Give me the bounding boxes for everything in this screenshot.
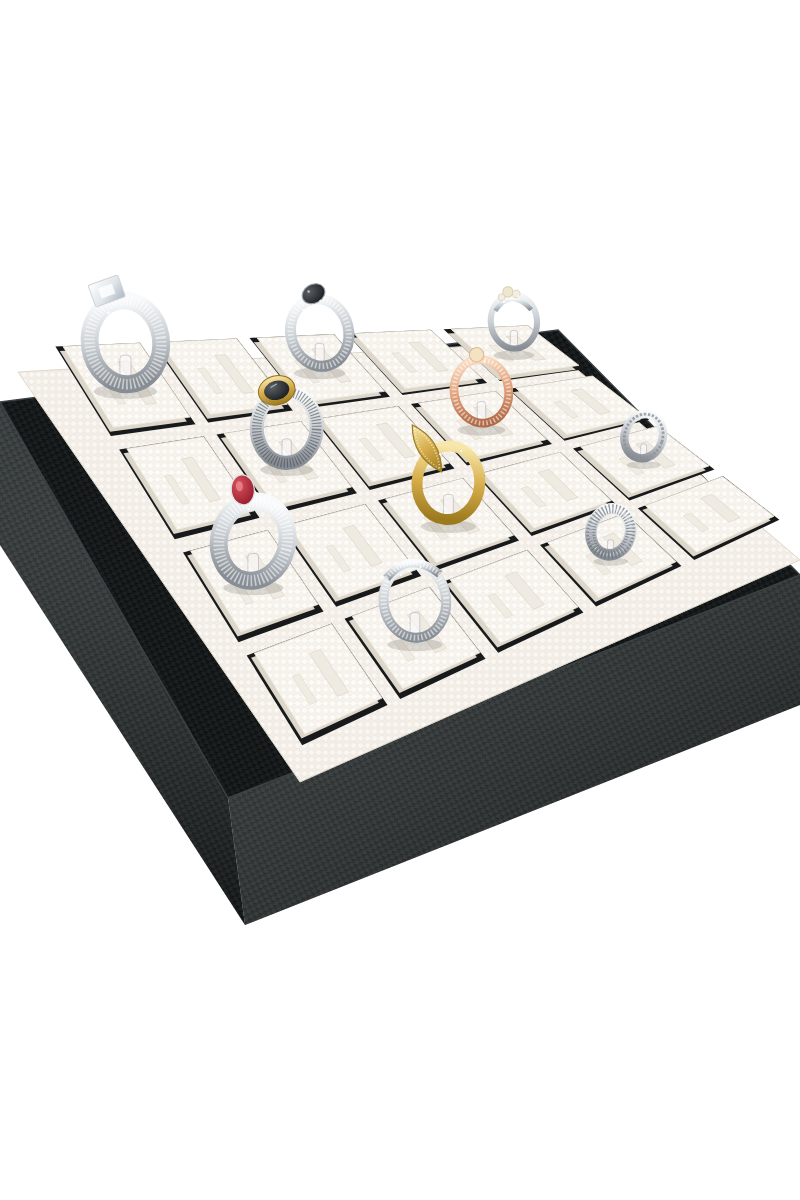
ring-display-tray xyxy=(0,0,800,1200)
product-photo-page xyxy=(0,0,800,1200)
jewelry-tray-scene xyxy=(0,0,800,1200)
